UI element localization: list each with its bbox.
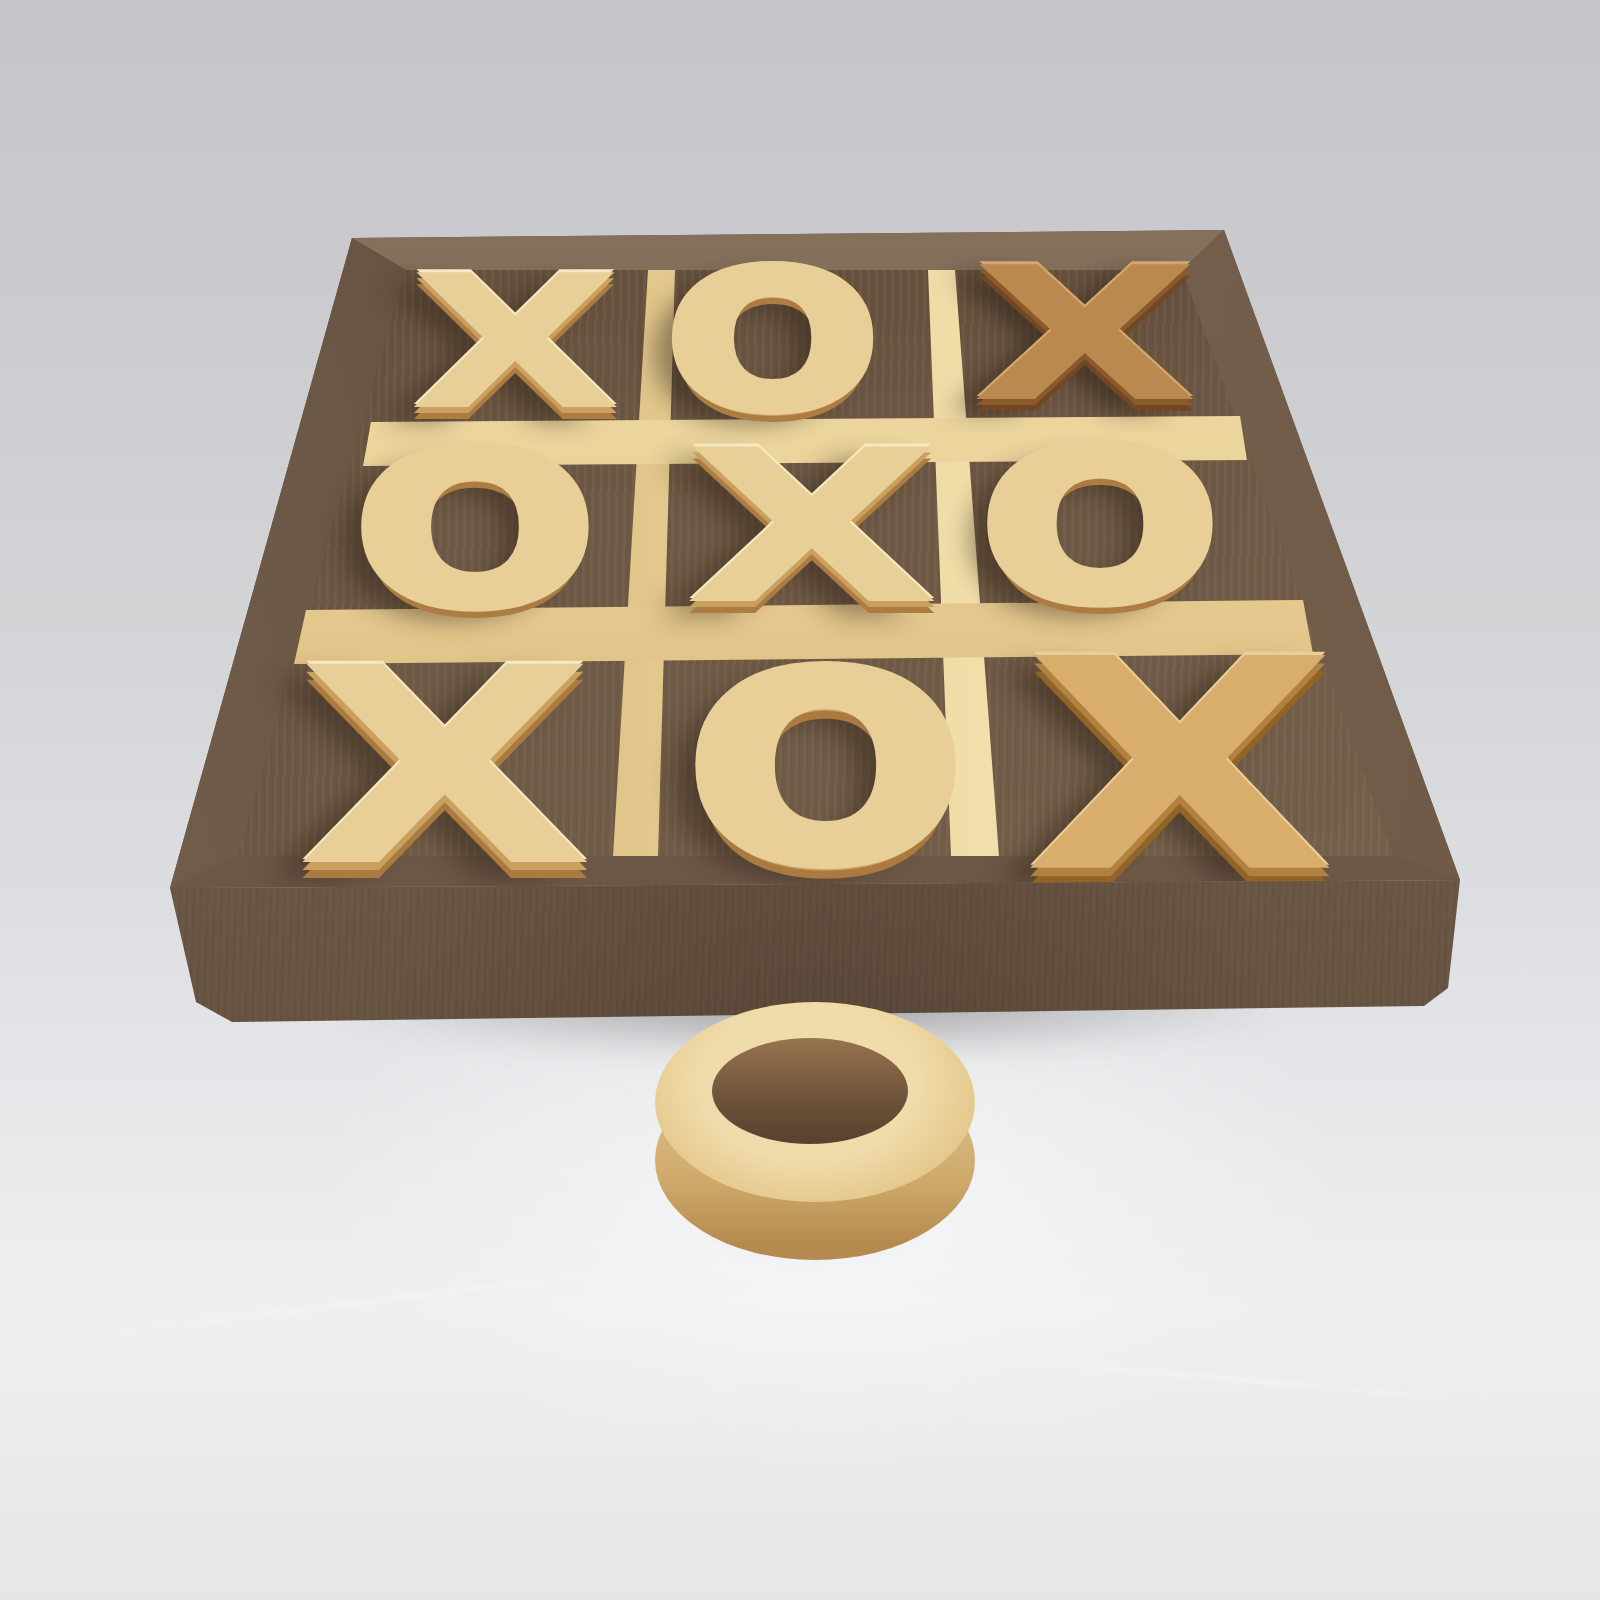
- spare-o-hole: [712, 1038, 908, 1144]
- piece-o-r2c3[interactable]: O: [938, 436, 1262, 618]
- piece-o-r2c1[interactable]: O: [313, 438, 637, 623]
- piece-x-r3c1[interactable]: X: [231, 645, 660, 890]
- piece-x-r3c3[interactable]: X: [952, 636, 1408, 899]
- piece-o-r3c2[interactable]: O: [659, 655, 993, 885]
- spare-o-piece[interactable]: [650, 1002, 980, 1272]
- photo-scene: X O X O X O X O X: [0, 0, 1600, 1600]
- piece-x-r1c1[interactable]: X: [354, 258, 677, 428]
- piece-x-r1c3[interactable]: X: [893, 250, 1277, 420]
